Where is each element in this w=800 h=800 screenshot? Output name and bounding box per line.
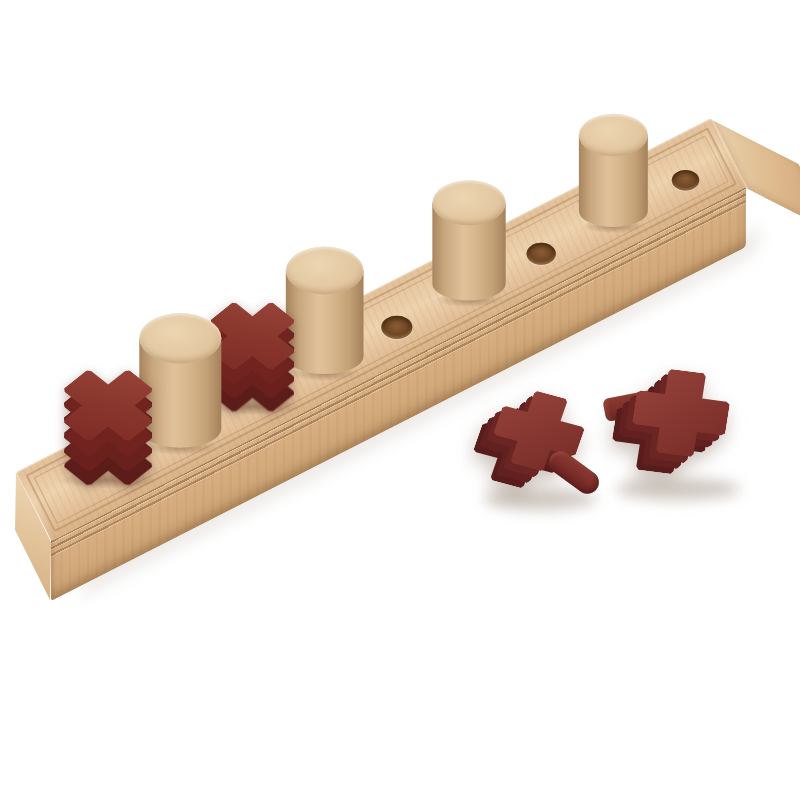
peg-top-face (579, 114, 648, 156)
cross-extrusion (208, 292, 296, 380)
peg-top-face (139, 313, 221, 363)
cross-top-face (628, 365, 734, 461)
empty-hole[interactable] (527, 243, 556, 265)
empty-hole[interactable] (672, 170, 699, 191)
cross-extrusion (634, 366, 728, 460)
peg-top-face (286, 247, 364, 295)
loose-cross-piece-1[interactable] (476, 384, 600, 506)
product-photo-scene (0, 0, 800, 800)
loose-cross-piece-2[interactable] (608, 364, 744, 496)
round-peg-piece[interactable] (579, 114, 648, 227)
cast-shadow (616, 478, 740, 500)
peg-top-face (432, 180, 505, 225)
cross-contact-shadow (58, 472, 157, 489)
round-peg-piece[interactable] (432, 180, 505, 300)
cast-shadow (484, 488, 596, 510)
cross-top-face (42, 353, 173, 458)
cross-extrusion (61, 359, 154, 452)
empty-hole[interactable] (381, 316, 412, 339)
cross-peg-piece[interactable] (47, 359, 168, 484)
